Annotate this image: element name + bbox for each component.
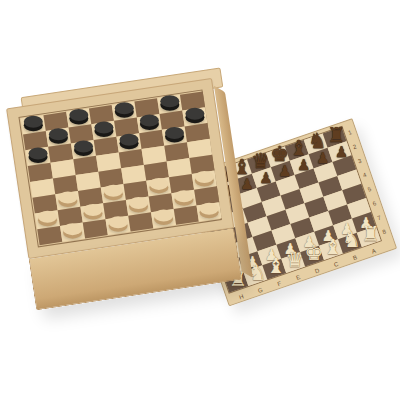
black-checker-piece[interactable] (23, 116, 42, 128)
file-label: D (307, 265, 328, 277)
draughts-square[interactable] (83, 219, 108, 238)
black-checker-piece[interactable] (28, 147, 47, 159)
black-checker-piece[interactable] (165, 127, 184, 139)
black-checker-piece[interactable] (119, 134, 138, 146)
white-checker-piece[interactable] (83, 204, 102, 216)
rank-label: 4 (362, 171, 367, 178)
black-checker-piece[interactable] (114, 102, 133, 114)
rank-label: 3 (357, 157, 362, 164)
file-label: F (269, 278, 290, 290)
white-checker-piece[interactable] (63, 223, 82, 235)
draughts-square[interactable] (106, 216, 131, 235)
draughts-square[interactable] (128, 212, 153, 231)
box-top-panel (6, 78, 234, 259)
draughts-board-frame (18, 89, 221, 247)
black-checker-piece[interactable] (48, 128, 67, 140)
draughts-square[interactable] (151, 209, 176, 228)
product-photo-scene: ♜♞♝♛♚♝♞♜♟♟♟♟♟♟♟♟♟♟♟♟♟♟♟♟♜♞♝♛♚♝♞♜ HGFEDCB… (0, 0, 400, 400)
file-label: B (345, 252, 366, 264)
white-checker-piece[interactable] (174, 190, 193, 202)
white-checker-piece[interactable] (199, 203, 218, 215)
draughts-board (21, 92, 220, 245)
black-checker-piece[interactable] (139, 115, 158, 127)
black-checker-piece[interactable] (94, 121, 113, 133)
rank-label: 7 (376, 214, 381, 221)
draughts-box-unit (6, 78, 244, 311)
black-checker-piece[interactable] (160, 95, 179, 107)
black-checker-piece[interactable] (185, 108, 204, 120)
white-checker-piece[interactable] (194, 171, 213, 183)
white-checker-piece[interactable] (154, 210, 173, 222)
file-label: H (231, 291, 252, 303)
file-label: A (363, 245, 384, 257)
draughts-square[interactable] (60, 223, 85, 242)
black-checker-piece[interactable] (69, 109, 88, 121)
white-checker-piece[interactable] (103, 185, 122, 197)
file-label: E (288, 271, 309, 283)
white-checker-piece[interactable] (149, 178, 168, 190)
draughts-square[interactable] (37, 226, 62, 245)
rank-label: 8 (381, 228, 386, 235)
file-label: C (326, 258, 347, 270)
white-checker-piece[interactable] (58, 192, 77, 204)
white-checker-piece[interactable] (108, 216, 127, 228)
draughts-square[interactable] (174, 206, 199, 225)
rank-label: 6 (372, 200, 377, 207)
rank-label: 2 (352, 143, 357, 150)
black-checker-piece[interactable] (74, 141, 93, 153)
draughts-square[interactable] (196, 202, 221, 221)
file-label: G (250, 284, 271, 296)
white-checker-piece[interactable] (38, 211, 57, 223)
white-checker-piece[interactable] (128, 197, 147, 209)
rank-label: 1 (347, 129, 352, 136)
rank-label: 5 (367, 185, 372, 192)
